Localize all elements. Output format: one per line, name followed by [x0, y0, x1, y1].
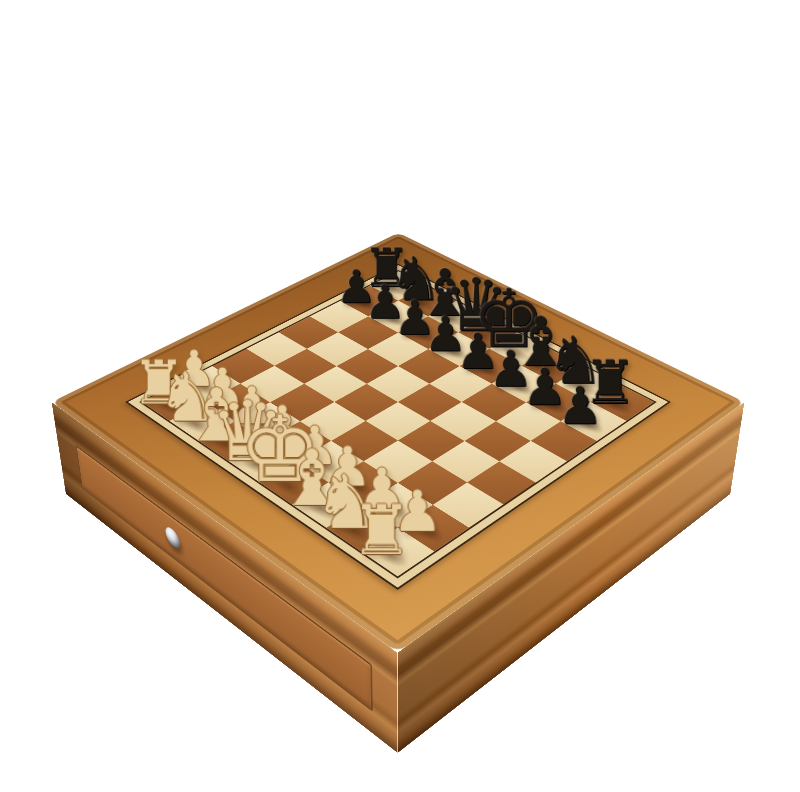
chess-case: ♜♞♝♛♚♝♞♜♟♟♟♟♟♟♟♟♟♟♟♟♟♟♟♟♜♞♝♛♚♝♞♜ — [52, 233, 745, 653]
square-d4[interactable] — [334, 384, 398, 421]
case-top-face: ♜♞♝♛♚♝♞♜♟♟♟♟♟♟♟♟♟♟♟♟♟♟♟♟♜♞♝♛♚♝♞♜ — [52, 233, 745, 653]
white-rook[interactable]: ♜ — [319, 495, 446, 564]
chess-set-photo: ♜♞♝♛♚♝♞♜♟♟♟♟♟♟♟♟♟♟♟♟♟♟♟♟♜♞♝♛♚♝♞♜ — [0, 0, 800, 792]
black-pawn[interactable]: ♟ — [524, 380, 637, 431]
drawer-knob[interactable] — [165, 524, 181, 553]
square-h1[interactable]: ♜ — [361, 527, 434, 576]
